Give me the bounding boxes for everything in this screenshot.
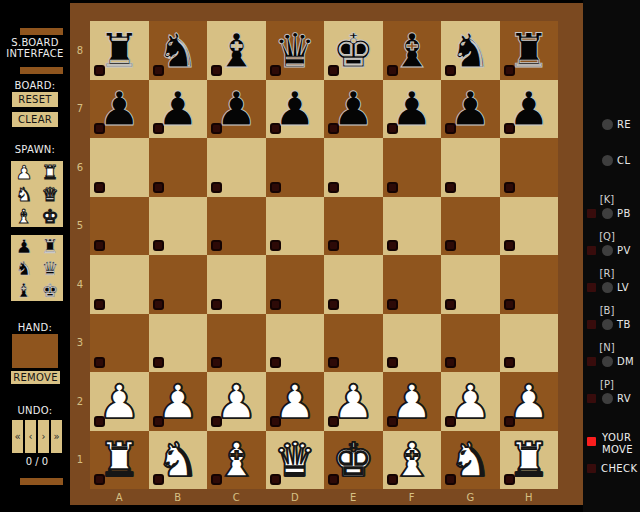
square-led (270, 299, 281, 310)
file-label-g: G (441, 489, 500, 505)
piece-black-king[interactable]: ♚ (324, 21, 383, 80)
square-g4[interactable] (441, 255, 500, 314)
square-led (445, 182, 456, 193)
spawn-white-knight[interactable]: ♞ (11, 183, 37, 205)
spawn-palette-white: ♟♜♞♛♝♚ (11, 161, 63, 227)
square-a2[interactable]: ♟ (90, 372, 149, 431)
rank-label-1: 1 (70, 431, 90, 490)
indicator-label-pv: PV (617, 245, 631, 256)
square-c3[interactable] (207, 314, 266, 373)
indicator-label-rv: RV (617, 393, 631, 404)
spawn-black-rook[interactable]: ♜ (37, 235, 63, 257)
board-squares: ♜♞♝♛♚♝♞♜♟♟♟♟♟♟♟♟♟♟♟♟♟♟♟♟♜♞♝♛♚♝♞♜ (90, 21, 558, 489)
indicator-row-rv: RV (583, 393, 640, 405)
square-a7[interactable]: ♟ (90, 80, 149, 139)
square-b5[interactable] (149, 197, 208, 256)
indicator-row-pv: PV (583, 245, 640, 257)
square-b4[interactable] (149, 255, 208, 314)
square-b1[interactable]: ♞ (149, 431, 208, 490)
spawn-white-rook[interactable]: ♜ (37, 161, 63, 183)
redo-last-button[interactable]: » (51, 420, 62, 453)
square-a5[interactable] (90, 197, 149, 256)
square-h4[interactable] (500, 255, 559, 314)
piece-white-pawn[interactable]: ♟ (207, 372, 266, 431)
square-c7[interactable]: ♟ (207, 80, 266, 139)
file-label-d: D (266, 489, 325, 505)
piece-white-bishop[interactable]: ♝ (207, 431, 266, 490)
square-led (504, 357, 515, 368)
indicator-row-lv: LV (583, 282, 640, 294)
square-led (504, 299, 515, 310)
square-led (445, 357, 456, 368)
square-led (445, 299, 456, 310)
indicator-round-led (602, 155, 613, 166)
spawn-black-queen[interactable]: ♛ (37, 257, 63, 279)
square-led (504, 182, 515, 193)
redo-forward-button[interactable]: › (38, 420, 49, 453)
square-led (270, 182, 281, 193)
indicator-round-led (602, 319, 613, 330)
square-f5[interactable] (383, 197, 442, 256)
square-a6[interactable] (90, 138, 149, 197)
rank-label-7: 7 (70, 80, 90, 139)
piece-black-pawn[interactable]: ♟ (441, 80, 500, 139)
your-move-line1: YOUR (602, 432, 633, 444)
panel-title-line2: INTERFACE (0, 48, 70, 59)
square-f1[interactable]: ♝ (383, 431, 442, 490)
piece-black-rook[interactable]: ♜ (500, 21, 559, 80)
square-led (153, 299, 164, 310)
piece-black-bishop[interactable]: ♝ (383, 21, 442, 80)
indicator-row-pb: PB (583, 208, 640, 220)
square-led (270, 240, 281, 251)
square-h5[interactable] (500, 197, 559, 256)
file-label-e: E (324, 489, 383, 505)
spawn-palette-black: ♟♜♞♛♝♚ (11, 235, 63, 301)
square-h6[interactable] (500, 138, 559, 197)
spawn-black-king[interactable]: ♚ (37, 279, 63, 301)
square-a8[interactable]: ♜ (90, 21, 149, 80)
left-control-panel: S.BOARD INTERFACE BOARD: RESET CLEAR SPA… (0, 0, 70, 512)
indicator-label-re: RE (617, 119, 631, 130)
spawn-black-bishop[interactable]: ♝ (11, 279, 37, 301)
your-move-line2: MOVE (602, 444, 633, 456)
square-c5[interactable] (207, 197, 266, 256)
reset-button[interactable]: RESET (12, 92, 58, 107)
square-h7[interactable]: ♟ (500, 80, 559, 139)
file-label-h: H (500, 489, 559, 505)
square-b7[interactable]: ♟ (149, 80, 208, 139)
chess-app: S.BOARD INTERFACE BOARD: RESET CLEAR SPA… (0, 0, 640, 512)
piece-black-rook[interactable]: ♜ (90, 21, 149, 80)
square-f8[interactable]: ♝ (383, 21, 442, 80)
square-g2[interactable]: ♟ (441, 372, 500, 431)
remove-button[interactable]: REMOVE (11, 371, 60, 384)
spawn-white-bishop[interactable]: ♝ (11, 205, 37, 227)
square-g7[interactable]: ♟ (441, 80, 500, 139)
piece-black-pawn[interactable]: ♟ (207, 80, 266, 139)
square-b3[interactable] (149, 314, 208, 373)
spawn-black-knight[interactable]: ♞ (11, 257, 37, 279)
piece-black-pawn[interactable]: ♟ (266, 80, 325, 139)
rank-label-4: 4 (70, 255, 90, 314)
board-section-label: BOARD: (0, 80, 70, 91)
hand-section-label: HAND: (0, 322, 70, 333)
indicator-round-led (602, 393, 613, 404)
square-c2[interactable]: ♟ (207, 372, 266, 431)
square-a3[interactable] (90, 314, 149, 373)
square-led (94, 357, 105, 368)
indicator-label-cl: CL (617, 155, 630, 166)
square-led (328, 182, 339, 193)
rank-label-3: 3 (70, 314, 90, 373)
square-e3[interactable] (324, 314, 383, 373)
piece-white-pawn[interactable]: ♟ (149, 372, 208, 431)
square-g8[interactable]: ♞ (441, 21, 500, 80)
rank-labels: 87654321 (70, 21, 90, 489)
square-c4[interactable] (207, 255, 266, 314)
square-h3[interactable] (500, 314, 559, 373)
indicator-bracket-rv: [P] (596, 379, 618, 390)
square-led (153, 182, 164, 193)
square-f3[interactable] (383, 314, 442, 373)
square-c1[interactable]: ♝ (207, 431, 266, 490)
square-led (328, 357, 339, 368)
piece-black-knight[interactable]: ♞ (441, 21, 500, 80)
indicator-label-tb: TB (617, 319, 631, 330)
square-g5[interactable] (441, 197, 500, 256)
indicator-round-led (602, 356, 613, 367)
indicator-bracket-tb: [B] (596, 305, 618, 316)
square-d5[interactable] (266, 197, 325, 256)
square-led (270, 357, 281, 368)
piece-white-king[interactable]: ♚ (324, 431, 383, 490)
indicator-row-dm: DM (583, 356, 640, 368)
square-f7[interactable]: ♟ (383, 80, 442, 139)
square-e4[interactable] (324, 255, 383, 314)
piece-black-pawn[interactable]: ♟ (149, 80, 208, 139)
square-f6[interactable] (383, 138, 442, 197)
square-h1[interactable]: ♜ (500, 431, 559, 490)
indicator-square-led (587, 394, 596, 403)
indicator-square-led (587, 357, 596, 366)
rank-label-5: 5 (70, 197, 90, 256)
square-c6[interactable] (207, 138, 266, 197)
square-a4[interactable] (90, 255, 149, 314)
square-led (211, 299, 222, 310)
square-led (153, 240, 164, 251)
square-c8[interactable]: ♝ (207, 21, 266, 80)
indicator-bracket-pv: [Q] (596, 231, 618, 242)
your-move-label: YOUR MOVE (602, 432, 633, 456)
square-d1[interactable]: ♛ (266, 431, 325, 490)
spawn-black-pawn[interactable]: ♟ (11, 235, 37, 257)
decorative-bar-top (20, 28, 63, 35)
piece-white-knight[interactable]: ♞ (441, 431, 500, 490)
square-led (328, 240, 339, 251)
square-d6[interactable] (266, 138, 325, 197)
piece-black-bishop[interactable]: ♝ (207, 21, 266, 80)
undo-back-button[interactable]: ‹ (25, 420, 36, 453)
file-label-a: A (90, 489, 149, 505)
square-h8[interactable]: ♜ (500, 21, 559, 80)
chess-board: 87654321 ABCDEFGH ♜♞♝♛♚♝♞♜♟♟♟♟♟♟♟♟♟♟♟♟♟♟… (70, 3, 583, 505)
square-led (211, 182, 222, 193)
file-label-b: B (149, 489, 208, 505)
spawn-white-king[interactable]: ♚ (37, 205, 63, 227)
indicator-row-re: RE (583, 119, 640, 131)
square-b8[interactable]: ♞ (149, 21, 208, 80)
panel-title-line1: S.BOARD (0, 37, 70, 48)
piece-white-rook[interactable]: ♜ (500, 431, 559, 490)
undo-first-button[interactable]: « (12, 420, 23, 453)
square-e8[interactable]: ♚ (324, 21, 383, 80)
square-a1[interactable]: ♜ (90, 431, 149, 490)
rank-label-6: 6 (70, 138, 90, 197)
file-labels: ABCDEFGH (90, 489, 558, 505)
square-e1[interactable]: ♚ (324, 431, 383, 490)
indicator-square-led (587, 283, 596, 292)
square-led (211, 357, 222, 368)
piece-white-pawn[interactable]: ♟ (383, 372, 442, 431)
piece-black-pawn[interactable]: ♟ (324, 80, 383, 139)
square-led (387, 240, 398, 251)
square-led (94, 240, 105, 251)
indicator-bracket-dm: [N] (596, 342, 618, 353)
indicator-row-cl: CL (583, 155, 640, 167)
square-led (94, 299, 105, 310)
piece-white-bishop[interactable]: ♝ (383, 431, 442, 490)
square-d2[interactable]: ♟ (266, 372, 325, 431)
indicator-bracket-pb: [K] (596, 194, 618, 205)
clear-button[interactable]: CLEAR (12, 112, 58, 127)
square-e6[interactable] (324, 138, 383, 197)
spawn-white-queen[interactable]: ♛ (37, 183, 63, 205)
square-g1[interactable]: ♞ (441, 431, 500, 490)
your-move-led (587, 437, 596, 446)
piece-black-pawn[interactable]: ♟ (383, 80, 442, 139)
piece-black-knight[interactable]: ♞ (149, 21, 208, 80)
square-b6[interactable] (149, 138, 208, 197)
indicator-round-led (602, 245, 613, 256)
file-label-c: C (207, 489, 266, 505)
hand-slot[interactable] (12, 334, 58, 368)
indicator-row-tb: TB (583, 319, 640, 331)
rank-label-2: 2 (70, 372, 90, 431)
square-e2[interactable]: ♟ (324, 372, 383, 431)
square-b2[interactable]: ♟ (149, 372, 208, 431)
square-led (387, 299, 398, 310)
spawn-white-pawn[interactable]: ♟ (11, 161, 37, 183)
square-f2[interactable]: ♟ (383, 372, 442, 431)
square-d7[interactable]: ♟ (266, 80, 325, 139)
piece-white-pawn[interactable]: ♟ (266, 372, 325, 431)
piece-white-pawn[interactable]: ♟ (500, 372, 559, 431)
undo-controls: «‹›» (12, 420, 62, 453)
check-led (587, 464, 596, 473)
piece-black-pawn[interactable]: ♟ (90, 80, 149, 139)
square-h2[interactable]: ♟ (500, 372, 559, 431)
decorative-bar-bottom (20, 478, 63, 485)
piece-white-pawn[interactable]: ♟ (441, 372, 500, 431)
square-led (387, 357, 398, 368)
indicator-round-led (602, 208, 613, 219)
square-led (211, 240, 222, 251)
indicator-round-led (602, 282, 613, 293)
right-indicator-panel: YOUR MOVE CHECK RECL[K]PB[Q]PV[R]LV[B]TB… (583, 0, 640, 512)
check-label: CHECK (601, 463, 637, 474)
square-d8[interactable]: ♛ (266, 21, 325, 80)
piece-black-pawn[interactable]: ♟ (500, 80, 559, 139)
indicator-square-led (587, 320, 596, 329)
piece-white-pawn[interactable]: ♟ (324, 372, 383, 431)
square-d4[interactable] (266, 255, 325, 314)
square-g3[interactable] (441, 314, 500, 373)
piece-white-knight[interactable]: ♞ (149, 431, 208, 490)
rank-label-8: 8 (70, 21, 90, 80)
indicator-bracket-lv: [R] (596, 268, 618, 279)
square-led (94, 182, 105, 193)
file-label-f: F (383, 489, 442, 505)
square-led (153, 357, 164, 368)
undo-section-label: UNDO: (0, 405, 70, 416)
indicator-round-led (602, 119, 613, 130)
indicator-label-pb: PB (617, 208, 631, 219)
undo-counter: 0 / 0 (0, 456, 74, 467)
square-led (504, 240, 515, 251)
indicator-label-dm: DM (617, 356, 634, 367)
square-d3[interactable] (266, 314, 325, 373)
square-e7[interactable]: ♟ (324, 80, 383, 139)
indicator-square-led (587, 209, 596, 218)
piece-black-queen[interactable]: ♛ (266, 21, 325, 80)
square-f4[interactable] (383, 255, 442, 314)
square-e5[interactable] (324, 197, 383, 256)
square-led (387, 182, 398, 193)
piece-white-pawn[interactable]: ♟ (90, 372, 149, 431)
square-g6[interactable] (441, 138, 500, 197)
piece-white-queen[interactable]: ♛ (266, 431, 325, 490)
spawn-section-label: SPAWN: (0, 144, 70, 155)
indicator-label-lv: LV (617, 282, 629, 293)
indicator-square-led (587, 246, 596, 255)
piece-white-rook[interactable]: ♜ (90, 431, 149, 490)
decorative-bar-mid (20, 67, 63, 74)
square-led (445, 240, 456, 251)
square-led (328, 299, 339, 310)
